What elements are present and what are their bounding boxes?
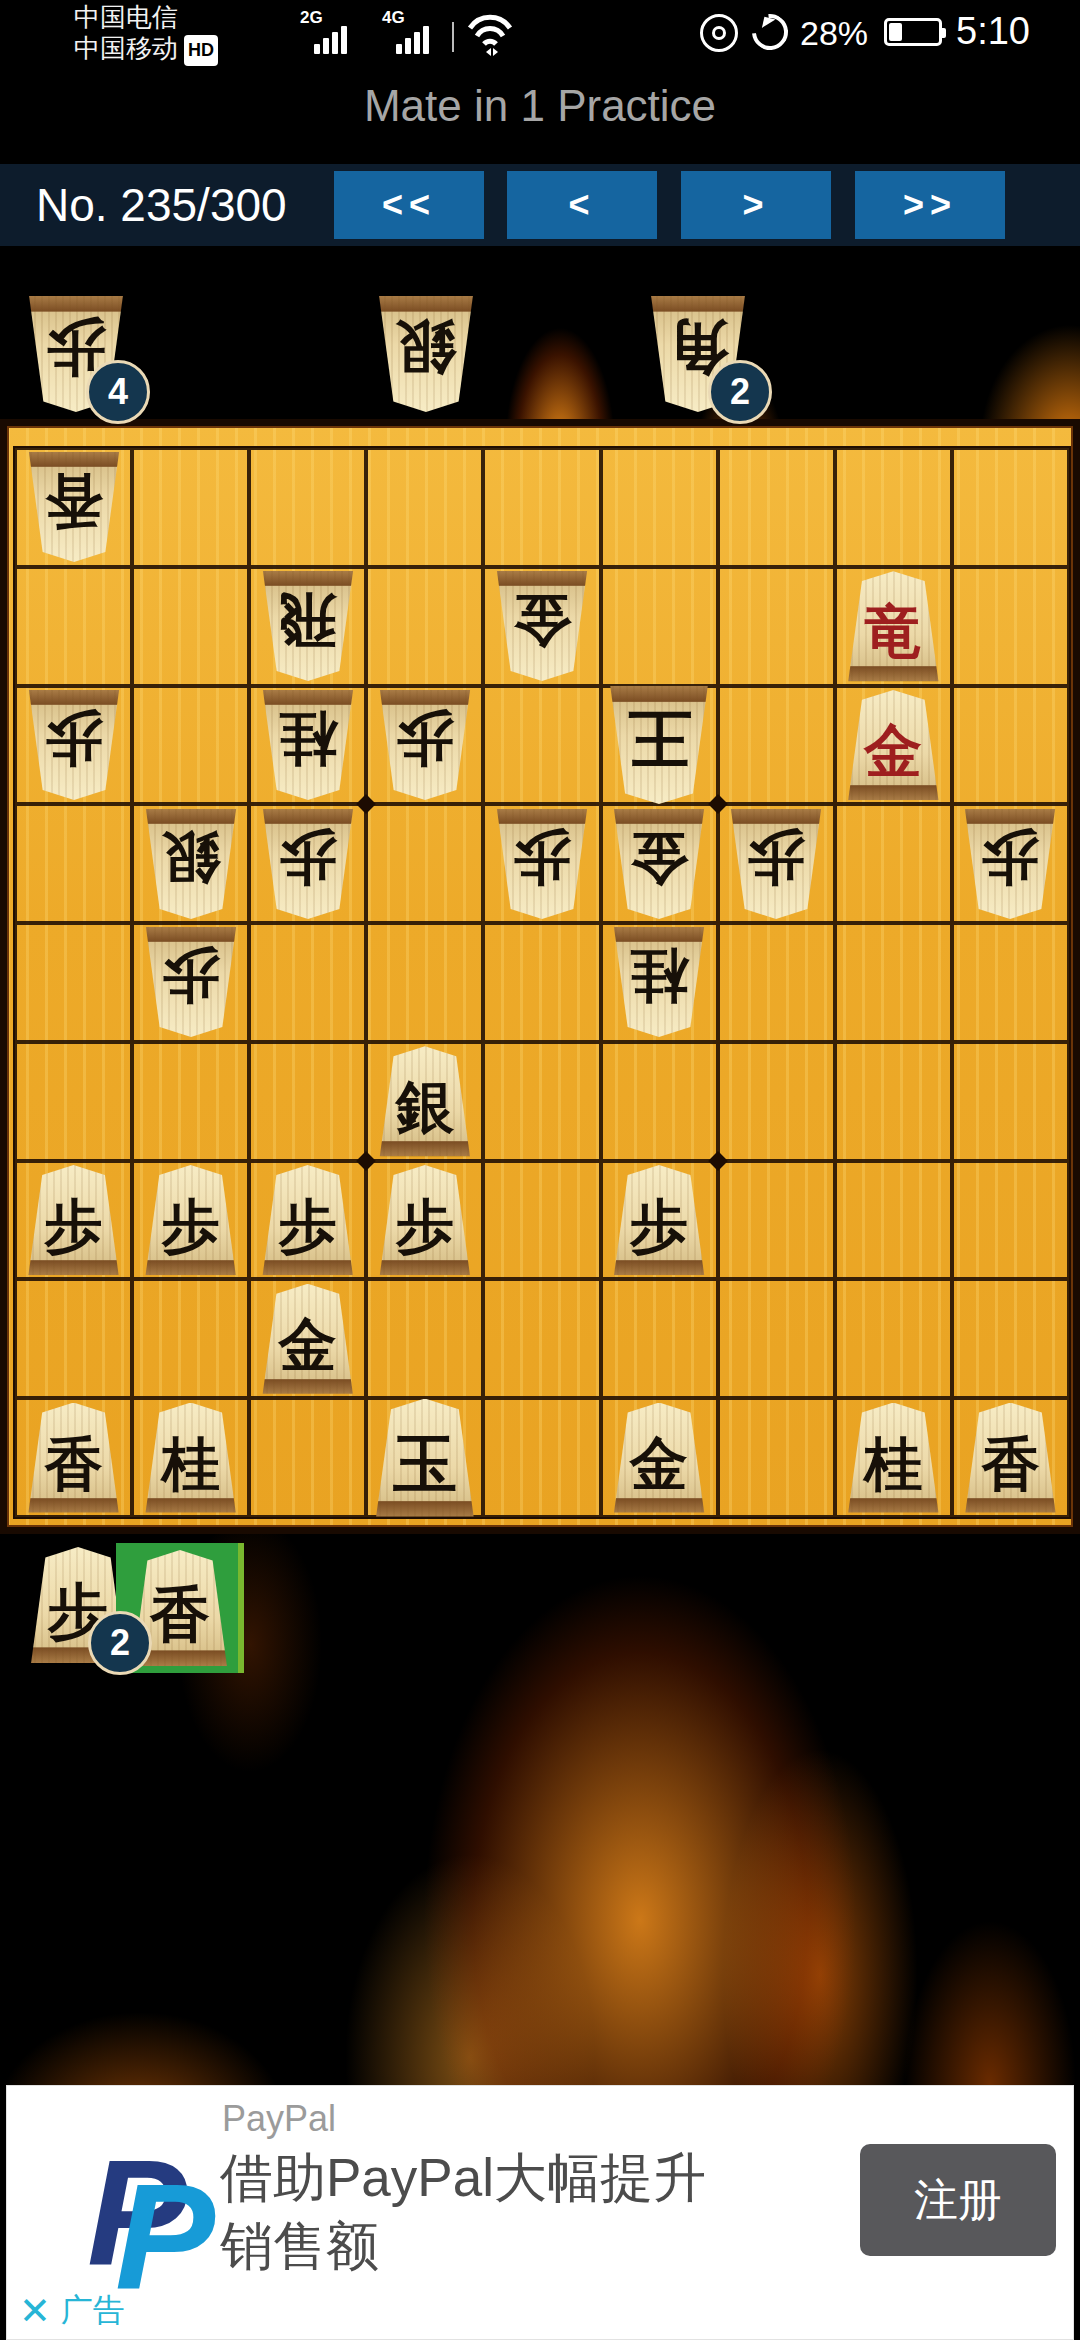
cell-2h[interactable] bbox=[835, 1279, 952, 1398]
carrier-2: 中国移动 bbox=[74, 33, 178, 63]
cell-9i[interactable]: 香 bbox=[15, 1398, 132, 1517]
piece-桂-gote[interactable]: 桂 bbox=[610, 927, 708, 1037]
piece-銀-sente[interactable]: 銀 bbox=[376, 1046, 474, 1156]
cell-3f[interactable] bbox=[718, 1042, 835, 1161]
piece-歩-sente[interactable]: 歩 bbox=[142, 1165, 240, 1275]
cell-8b[interactable] bbox=[132, 567, 249, 686]
cell-9f[interactable] bbox=[15, 1042, 132, 1161]
piece-歩-gote[interactable]: 歩 bbox=[727, 809, 825, 919]
piece-王-gote[interactable]: 王 bbox=[606, 686, 712, 804]
cell-9g[interactable]: 歩 bbox=[15, 1161, 132, 1280]
cell-2i[interactable]: 桂 bbox=[835, 1398, 952, 1517]
piece-歩-sente[interactable]: 歩 bbox=[376, 1165, 474, 1275]
piece-香-sente[interactable]: 香 bbox=[25, 1403, 123, 1513]
eye-comfort-icon bbox=[700, 14, 738, 52]
battery-icon bbox=[884, 18, 942, 46]
cell-1c[interactable] bbox=[952, 686, 1069, 805]
cell-6d[interactable] bbox=[366, 804, 483, 923]
carrier-labels: 中国电信 中国移动HD bbox=[74, 2, 218, 66]
cell-2a[interactable] bbox=[835, 448, 952, 567]
ad-banner[interactable]: PP PayPal 借助PayPal大幅提升 销售额 注册 ✕ 广告 bbox=[6, 2085, 1074, 2340]
piece-歩-gote[interactable]: 歩 bbox=[259, 809, 357, 919]
paypal-logo: PP bbox=[87, 2126, 227, 2316]
status-bar: 中国电信 中国移动HD 2G 4G 28% 5:10 bbox=[0, 0, 1080, 66]
ad-brand: PayPal bbox=[222, 2098, 336, 2140]
cell-4c[interactable]: 王 bbox=[601, 686, 718, 805]
cell-7a[interactable] bbox=[249, 448, 366, 567]
sente-hand-tray: 歩2香 bbox=[0, 1543, 1080, 1675]
piece-歩-gote[interactable]: 歩 bbox=[961, 809, 1059, 919]
cell-6e[interactable] bbox=[366, 923, 483, 1042]
cell-3d[interactable]: 歩 bbox=[718, 804, 835, 923]
count-badge: 4 bbox=[86, 360, 150, 424]
cell-1d[interactable]: 歩 bbox=[952, 804, 1069, 923]
piece-金-gote[interactable]: 金 bbox=[610, 809, 708, 919]
cell-1e[interactable] bbox=[952, 923, 1069, 1042]
piece-金-sente[interactable]: 金 bbox=[259, 1284, 357, 1394]
cell-5e[interactable] bbox=[483, 923, 600, 1042]
cell-1h[interactable] bbox=[952, 1279, 1069, 1398]
cell-4i[interactable]: 金 bbox=[601, 1398, 718, 1517]
cell-6c[interactable]: 歩 bbox=[366, 686, 483, 805]
cell-8c[interactable] bbox=[132, 686, 249, 805]
cell-9d[interactable] bbox=[15, 804, 132, 923]
cell-7g[interactable]: 歩 bbox=[249, 1161, 366, 1280]
cell-5i[interactable] bbox=[483, 1398, 600, 1517]
piece-金-sente[interactable]: 金 bbox=[844, 690, 942, 800]
cell-7d[interactable]: 歩 bbox=[249, 804, 366, 923]
cell-3b[interactable] bbox=[718, 567, 835, 686]
ad-label: 广告 bbox=[61, 2289, 125, 2333]
cell-5f[interactable] bbox=[483, 1042, 600, 1161]
count-badge: 2 bbox=[88, 1611, 152, 1675]
cell-2d[interactable] bbox=[835, 804, 952, 923]
piece-歩-sente[interactable]: 歩 bbox=[25, 1165, 123, 1275]
piece-竜-sente[interactable]: 竜 bbox=[844, 571, 942, 681]
cell-4h[interactable] bbox=[601, 1279, 718, 1398]
signal-4g-icon: 4G bbox=[382, 8, 442, 54]
piece-桂-sente[interactable]: 桂 bbox=[142, 1403, 240, 1513]
cell-9b[interactable] bbox=[15, 567, 132, 686]
cell-9h[interactable] bbox=[15, 1279, 132, 1398]
page-title: Mate in 1 Practice bbox=[0, 66, 1080, 146]
net-4g-label: 4G bbox=[382, 8, 405, 28]
cell-7f[interactable] bbox=[249, 1042, 366, 1161]
cell-4a[interactable] bbox=[601, 448, 718, 567]
cell-2f[interactable] bbox=[835, 1042, 952, 1161]
cell-6g[interactable]: 歩 bbox=[366, 1161, 483, 1280]
piece-歩-sente[interactable]: 歩 bbox=[610, 1165, 708, 1275]
piece-銀-gote: 銀 bbox=[375, 296, 477, 412]
cell-6f[interactable]: 銀 bbox=[366, 1042, 483, 1161]
data-sync-icon bbox=[745, 7, 796, 58]
gote-hand-歩[interactable]: 歩4 bbox=[20, 292, 132, 416]
cell-2b[interactable]: 竜 bbox=[835, 567, 952, 686]
cell-7e[interactable] bbox=[249, 923, 366, 1042]
cell-5a[interactable] bbox=[483, 448, 600, 567]
puzzle-counter: No. 235/300 bbox=[36, 164, 287, 246]
piece-金-gote[interactable]: 金 bbox=[493, 571, 591, 681]
net-2g-label: 2G bbox=[300, 8, 323, 28]
cell-1i[interactable]: 香 bbox=[952, 1398, 1069, 1517]
gote-hand-tray: 歩4銀角2 bbox=[0, 292, 1080, 416]
piece-桂-sente[interactable]: 桂 bbox=[844, 1403, 942, 1513]
cell-3e[interactable] bbox=[718, 923, 835, 1042]
cell-3c[interactable] bbox=[718, 686, 835, 805]
ad-headline: 借助PayPal大幅提升 销售额 bbox=[220, 2144, 706, 2280]
cell-3a[interactable] bbox=[718, 448, 835, 567]
cell-6h[interactable] bbox=[366, 1279, 483, 1398]
piece-歩-gote[interactable]: 歩 bbox=[493, 809, 591, 919]
battery-percent: 28% bbox=[800, 14, 868, 53]
cell-7b[interactable]: 飛 bbox=[249, 567, 366, 686]
piece-香-gote[interactable]: 香 bbox=[25, 452, 123, 562]
cell-4g[interactable]: 歩 bbox=[601, 1161, 718, 1280]
piece-銀-gote[interactable]: 銀 bbox=[142, 809, 240, 919]
gote-hand-銀[interactable]: 銀 bbox=[370, 292, 482, 416]
cell-1f[interactable] bbox=[952, 1042, 1069, 1161]
carrier-1: 中国电信 bbox=[74, 2, 178, 32]
signal-2g-icon: 2G bbox=[300, 8, 360, 54]
cell-8g[interactable]: 歩 bbox=[132, 1161, 249, 1280]
piece-香-sente[interactable]: 香 bbox=[961, 1403, 1059, 1513]
cell-8f[interactable] bbox=[132, 1042, 249, 1161]
piece-歩-gote[interactable]: 歩 bbox=[142, 927, 240, 1037]
cell-5g[interactable] bbox=[483, 1161, 600, 1280]
wifi-icon bbox=[464, 12, 520, 56]
hd-badge: HD bbox=[184, 35, 218, 66]
ad-cta-button[interactable]: 注册 bbox=[860, 2144, 1056, 2256]
gote-hand-角[interactable]: 角2 bbox=[642, 292, 754, 416]
clock: 5:10 bbox=[956, 10, 1030, 53]
prev-puzzle-button[interactable]: < bbox=[507, 171, 657, 239]
ad-tag: ✕ 广告 bbox=[19, 2289, 125, 2333]
cell-7i[interactable] bbox=[249, 1398, 366, 1517]
cell-1b[interactable] bbox=[952, 567, 1069, 686]
divider bbox=[452, 22, 454, 52]
puzzle-nav-bar: No. 235/300 << < > >> bbox=[0, 164, 1080, 246]
piece-金-sente[interactable]: 金 bbox=[610, 1403, 708, 1513]
cell-5d[interactable]: 歩 bbox=[483, 804, 600, 923]
cell-2g[interactable] bbox=[835, 1161, 952, 1280]
cell-3h[interactable] bbox=[718, 1279, 835, 1398]
cell-5h[interactable] bbox=[483, 1279, 600, 1398]
piece-玉-sente[interactable]: 玉 bbox=[372, 1399, 478, 1517]
piece-歩-gote[interactable]: 歩 bbox=[376, 690, 474, 800]
cell-9e[interactable] bbox=[15, 923, 132, 1042]
next-puzzle-button[interactable]: > bbox=[681, 171, 831, 239]
cell-9c[interactable]: 歩 bbox=[15, 686, 132, 805]
shogi-board: 香飛金竜歩桂歩王金銀歩歩金歩歩歩桂銀歩歩歩歩歩金香桂玉金桂香 bbox=[0, 419, 1080, 1534]
cell-5b[interactable]: 金 bbox=[483, 567, 600, 686]
cell-6a[interactable] bbox=[366, 448, 483, 567]
cell-4f[interactable] bbox=[601, 1042, 718, 1161]
cell-1a[interactable] bbox=[952, 448, 1069, 567]
cell-2e[interactable] bbox=[835, 923, 952, 1042]
cell-4e[interactable]: 桂 bbox=[601, 923, 718, 1042]
ad-close-icon[interactable]: ✕ bbox=[19, 2289, 51, 2333]
cell-6i[interactable]: 玉 bbox=[366, 1398, 483, 1517]
last-puzzle-button[interactable]: >> bbox=[855, 171, 1005, 239]
cell-7h[interactable]: 金 bbox=[249, 1279, 366, 1398]
cell-4d[interactable]: 金 bbox=[601, 804, 718, 923]
cell-8a[interactable] bbox=[132, 448, 249, 567]
cell-8i[interactable]: 桂 bbox=[132, 1398, 249, 1517]
cell-1g[interactable] bbox=[952, 1161, 1069, 1280]
cell-3g[interactable] bbox=[718, 1161, 835, 1280]
cell-5c[interactable] bbox=[483, 686, 600, 805]
cell-8e[interactable]: 歩 bbox=[132, 923, 249, 1042]
piece-桂-gote[interactable]: 桂 bbox=[259, 690, 357, 800]
cell-3i[interactable] bbox=[718, 1398, 835, 1517]
cell-4b[interactable] bbox=[601, 567, 718, 686]
board-grid: 香飛金竜歩桂歩王金銀歩歩金歩歩歩桂銀歩歩歩歩歩金香桂玉金桂香 bbox=[13, 446, 1071, 1519]
first-puzzle-button[interactable]: << bbox=[334, 171, 484, 239]
cell-8d[interactable]: 銀 bbox=[132, 804, 249, 923]
cell-6b[interactable] bbox=[366, 567, 483, 686]
count-badge: 2 bbox=[708, 360, 772, 424]
piece-飛-gote[interactable]: 飛 bbox=[259, 571, 357, 681]
piece-歩-sente[interactable]: 歩 bbox=[259, 1165, 357, 1275]
cell-9a[interactable]: 香 bbox=[15, 448, 132, 567]
cell-8h[interactable] bbox=[132, 1279, 249, 1398]
cell-7c[interactable]: 桂 bbox=[249, 686, 366, 805]
cell-2c[interactable]: 金 bbox=[835, 686, 952, 805]
piece-歩-gote[interactable]: 歩 bbox=[25, 690, 123, 800]
